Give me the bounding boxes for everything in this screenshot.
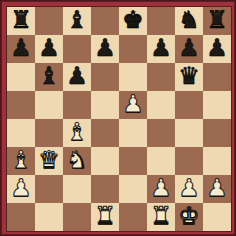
square-e8[interactable]: ♚ [119,7,147,35]
piece-black-king-e8[interactable]: ♚ [122,7,144,34]
piece-white-pawn-g2[interactable]: ♟ [178,175,200,202]
square-a4[interactable] [7,119,35,147]
square-d6[interactable] [91,63,119,91]
square-g5[interactable] [175,91,203,119]
piece-black-knight-g8[interactable]: ♞ [178,7,200,34]
square-f6[interactable] [147,63,175,91]
piece-white-knight-c3[interactable]: ♞ [66,147,88,174]
piece-black-bishop-b6[interactable]: ♝ [38,63,60,90]
square-d5[interactable] [91,91,119,119]
square-a2[interactable]: ♟ [7,175,35,203]
square-g2[interactable]: ♟ [175,175,203,203]
square-h2[interactable]: ♟ [203,175,231,203]
square-c6[interactable]: ♟ [63,63,91,91]
square-a6[interactable] [7,63,35,91]
square-a3[interactable]: ♝ [7,147,35,175]
square-a7[interactable]: ♟ [7,35,35,63]
square-f5[interactable] [147,91,175,119]
square-h7[interactable]: ♟ [203,35,231,63]
square-b3[interactable]: ♛ [35,147,63,175]
chess-app: ♜♝♚♞♜♟♟♟♟♟♟♝♟♛♟♝♝♛♞♟♟♟♟♜♜♚ [0,0,236,236]
piece-white-pawn-h2[interactable]: ♟ [206,175,228,202]
square-d7[interactable]: ♟ [91,35,119,63]
square-g3[interactable] [175,147,203,175]
piece-black-queen-g6[interactable]: ♛ [178,63,200,90]
square-g6[interactable]: ♛ [175,63,203,91]
square-e7[interactable] [119,35,147,63]
square-g1[interactable]: ♚ [175,203,203,231]
piece-black-pawn-h7[interactable]: ♟ [206,35,228,62]
square-e3[interactable] [119,147,147,175]
piece-white-rook-d1[interactable]: ♜ [94,203,116,230]
square-b2[interactable] [35,175,63,203]
piece-white-pawn-f2[interactable]: ♟ [150,175,172,202]
square-b8[interactable] [35,7,63,35]
piece-white-pawn-a2[interactable]: ♟ [10,175,32,202]
square-b4[interactable] [35,119,63,147]
square-e5[interactable]: ♟ [119,91,147,119]
piece-black-pawn-b7[interactable]: ♟ [38,35,60,62]
square-f8[interactable] [147,7,175,35]
square-f1[interactable]: ♜ [147,203,175,231]
square-b7[interactable]: ♟ [35,35,63,63]
square-a5[interactable] [7,91,35,119]
square-d1[interactable]: ♜ [91,203,119,231]
chess-board[interactable]: ♜♝♚♞♜♟♟♟♟♟♟♝♟♛♟♝♝♛♞♟♟♟♟♜♜♚ [7,7,231,231]
piece-black-pawn-a7[interactable]: ♟ [10,35,32,62]
square-h3[interactable] [203,147,231,175]
square-b5[interactable] [35,91,63,119]
square-c4[interactable]: ♝ [63,119,91,147]
piece-black-pawn-g7[interactable]: ♟ [178,35,200,62]
piece-white-bishop-a3[interactable]: ♝ [10,147,32,174]
square-c7[interactable] [63,35,91,63]
square-c5[interactable] [63,91,91,119]
square-d2[interactable] [91,175,119,203]
square-e1[interactable] [119,203,147,231]
square-h8[interactable]: ♜ [203,7,231,35]
square-f2[interactable]: ♟ [147,175,175,203]
square-c1[interactable] [63,203,91,231]
square-a1[interactable] [7,203,35,231]
square-h6[interactable] [203,63,231,91]
square-d8[interactable] [91,7,119,35]
square-g7[interactable]: ♟ [175,35,203,63]
board-border: ♜♝♚♞♜♟♟♟♟♟♟♝♟♛♟♝♝♛♞♟♟♟♟♜♜♚ [0,0,236,236]
piece-white-queen-b3[interactable]: ♛ [38,147,60,174]
square-h1[interactable] [203,203,231,231]
square-c2[interactable] [63,175,91,203]
square-c3[interactable]: ♞ [63,147,91,175]
square-e4[interactable] [119,119,147,147]
piece-black-bishop-c8[interactable]: ♝ [66,7,88,34]
square-b1[interactable] [35,203,63,231]
square-f3[interactable] [147,147,175,175]
square-a8[interactable]: ♜ [7,7,35,35]
piece-black-rook-a8[interactable]: ♜ [10,7,32,34]
square-d4[interactable] [91,119,119,147]
square-h4[interactable] [203,119,231,147]
square-c8[interactable]: ♝ [63,7,91,35]
square-e2[interactable] [119,175,147,203]
square-h5[interactable] [203,91,231,119]
piece-black-pawn-d7[interactable]: ♟ [94,35,116,62]
piece-white-pawn-e5[interactable]: ♟ [122,91,144,118]
square-f7[interactable]: ♟ [147,35,175,63]
piece-black-pawn-f7[interactable]: ♟ [150,35,172,62]
square-g4[interactable] [175,119,203,147]
piece-white-king-g1[interactable]: ♚ [178,203,200,230]
piece-white-rook-f1[interactable]: ♜ [150,203,172,230]
square-b6[interactable]: ♝ [35,63,63,91]
square-d3[interactable] [91,147,119,175]
piece-black-rook-h8[interactable]: ♜ [206,7,228,34]
square-e6[interactable] [119,63,147,91]
piece-white-bishop-c4[interactable]: ♝ [66,119,88,146]
square-f4[interactable] [147,119,175,147]
square-g8[interactable]: ♞ [175,7,203,35]
piece-black-pawn-c6[interactable]: ♟ [66,63,88,90]
